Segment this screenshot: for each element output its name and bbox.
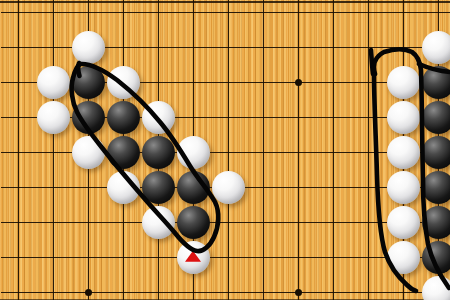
intersection[interactable] xyxy=(246,30,281,65)
intersection[interactable] xyxy=(106,100,141,135)
white-stone xyxy=(387,171,420,204)
intersection[interactable] xyxy=(316,30,351,65)
intersection[interactable] xyxy=(316,135,351,170)
intersection[interactable] xyxy=(36,30,71,65)
white-stone xyxy=(37,101,70,134)
intersection[interactable] xyxy=(141,135,176,170)
intersection[interactable] xyxy=(316,240,351,275)
intersection[interactable] xyxy=(246,135,281,170)
intersection[interactable] xyxy=(211,100,246,135)
intersection[interactable] xyxy=(141,170,176,205)
black-stone xyxy=(142,171,175,204)
intersection[interactable] xyxy=(1,30,36,65)
intersection[interactable] xyxy=(351,135,386,170)
intersection[interactable] xyxy=(106,275,141,300)
intersection[interactable] xyxy=(1,170,36,205)
intersection[interactable] xyxy=(211,275,246,300)
white-stone xyxy=(422,276,450,300)
intersection[interactable] xyxy=(211,65,246,100)
white-stone xyxy=(387,66,420,99)
black-stone xyxy=(422,171,450,204)
intersection[interactable] xyxy=(71,170,106,205)
black-stone xyxy=(107,101,140,134)
intersection[interactable] xyxy=(421,135,450,170)
intersection[interactable] xyxy=(211,0,246,30)
white-stone xyxy=(142,206,175,239)
intersection[interactable] xyxy=(141,275,176,300)
intersection[interactable] xyxy=(386,205,421,240)
intersection[interactable] xyxy=(386,135,421,170)
intersection[interactable] xyxy=(141,0,176,30)
white-stone xyxy=(72,31,105,64)
star-point xyxy=(295,289,302,296)
intersection[interactable] xyxy=(421,100,450,135)
intersection[interactable] xyxy=(316,275,351,300)
intersection[interactable] xyxy=(106,240,141,275)
intersection[interactable] xyxy=(281,240,316,275)
intersection[interactable] xyxy=(1,65,36,100)
white-stone xyxy=(142,101,175,134)
intersection[interactable] xyxy=(421,240,450,275)
intersection[interactable] xyxy=(281,65,316,100)
intersection[interactable] xyxy=(36,100,71,135)
black-stone xyxy=(177,171,210,204)
intersection[interactable] xyxy=(106,30,141,65)
intersection[interactable] xyxy=(36,0,71,30)
intersection[interactable] xyxy=(351,65,386,100)
intersection[interactable] xyxy=(211,170,246,205)
intersection[interactable] xyxy=(281,170,316,205)
white-stone xyxy=(387,241,420,274)
intersection[interactable] xyxy=(421,275,450,300)
board-grid xyxy=(1,0,450,300)
intersection[interactable] xyxy=(281,30,316,65)
intersection[interactable] xyxy=(1,275,36,300)
intersection[interactable] xyxy=(141,240,176,275)
intersection[interactable] xyxy=(246,170,281,205)
intersection[interactable] xyxy=(281,100,316,135)
intersection[interactable] xyxy=(211,135,246,170)
black-stone xyxy=(422,66,450,99)
intersection[interactable] xyxy=(176,205,211,240)
intersection[interactable] xyxy=(246,0,281,30)
intersection[interactable] xyxy=(386,240,421,275)
intersection[interactable] xyxy=(246,240,281,275)
intersection[interactable] xyxy=(386,65,421,100)
intersection[interactable] xyxy=(316,100,351,135)
intersection[interactable] xyxy=(36,240,71,275)
intersection[interactable] xyxy=(421,30,450,65)
intersection[interactable] xyxy=(281,0,316,30)
white-stone xyxy=(107,66,140,99)
intersection[interactable] xyxy=(176,30,211,65)
intersection[interactable] xyxy=(211,205,246,240)
intersection[interactable] xyxy=(351,205,386,240)
intersection[interactable] xyxy=(246,100,281,135)
intersection[interactable] xyxy=(246,205,281,240)
intersection[interactable] xyxy=(106,170,141,205)
star-point xyxy=(295,79,302,86)
intersection[interactable] xyxy=(351,100,386,135)
intersection[interactable] xyxy=(71,65,106,100)
intersection[interactable] xyxy=(281,275,316,300)
intersection[interactable] xyxy=(176,0,211,30)
intersection[interactable] xyxy=(141,30,176,65)
intersection[interactable] xyxy=(36,170,71,205)
white-stone xyxy=(422,31,450,64)
black-stone xyxy=(72,101,105,134)
intersection[interactable] xyxy=(71,240,106,275)
black-stone xyxy=(422,206,450,239)
intersection[interactable] xyxy=(386,275,421,300)
intersection[interactable] xyxy=(141,65,176,100)
triangle-marker xyxy=(185,251,201,262)
white-stone xyxy=(387,206,420,239)
intersection[interactable] xyxy=(386,30,421,65)
intersection[interactable] xyxy=(386,0,421,30)
intersection[interactable] xyxy=(1,240,36,275)
white-stone xyxy=(212,171,245,204)
intersection[interactable] xyxy=(211,240,246,275)
white-stone xyxy=(107,171,140,204)
intersection[interactable] xyxy=(106,0,141,30)
black-stone xyxy=(177,206,210,239)
intersection[interactable] xyxy=(246,65,281,100)
black-stone xyxy=(422,101,450,134)
intersection[interactable] xyxy=(421,170,450,205)
intersection[interactable] xyxy=(316,170,351,205)
intersection[interactable] xyxy=(71,100,106,135)
intersection[interactable] xyxy=(71,205,106,240)
black-stone xyxy=(422,241,450,274)
intersection[interactable] xyxy=(246,275,281,300)
intersection[interactable] xyxy=(281,135,316,170)
intersection[interactable] xyxy=(36,135,71,170)
go-board xyxy=(0,0,450,300)
white-stone xyxy=(37,66,70,99)
intersection[interactable] xyxy=(1,0,36,30)
intersection[interactable] xyxy=(421,0,450,30)
intersection[interactable] xyxy=(421,65,450,100)
intersection[interactable] xyxy=(106,135,141,170)
intersection[interactable] xyxy=(36,275,71,300)
intersection[interactable] xyxy=(71,30,106,65)
intersection[interactable] xyxy=(71,275,106,300)
black-stone xyxy=(142,136,175,169)
black-stone xyxy=(107,136,140,169)
intersection[interactable] xyxy=(316,0,351,30)
intersection[interactable] xyxy=(176,65,211,100)
intersection[interactable] xyxy=(176,275,211,300)
intersection[interactable] xyxy=(141,205,176,240)
intersection[interactable] xyxy=(421,205,450,240)
star-point xyxy=(85,289,92,296)
intersection[interactable] xyxy=(386,100,421,135)
intersection[interactable] xyxy=(36,65,71,100)
intersection[interactable] xyxy=(1,205,36,240)
intersection[interactable] xyxy=(351,170,386,205)
intersection[interactable] xyxy=(211,30,246,65)
white-stone xyxy=(387,136,420,169)
intersection[interactable] xyxy=(36,205,71,240)
intersection[interactable] xyxy=(281,205,316,240)
intersection[interactable] xyxy=(351,30,386,65)
black-stone xyxy=(422,136,450,169)
intersection[interactable] xyxy=(106,205,141,240)
intersection[interactable] xyxy=(351,240,386,275)
intersection[interactable] xyxy=(386,170,421,205)
intersection[interactable] xyxy=(316,65,351,100)
white-stone xyxy=(72,136,105,169)
intersection[interactable] xyxy=(176,135,211,170)
intersection[interactable] xyxy=(71,0,106,30)
intersection[interactable] xyxy=(351,275,386,300)
intersection[interactable] xyxy=(176,100,211,135)
intersection[interactable] xyxy=(141,100,176,135)
intersection[interactable] xyxy=(71,135,106,170)
intersection[interactable] xyxy=(316,205,351,240)
intersection[interactable] xyxy=(1,100,36,135)
intersection[interactable] xyxy=(351,0,386,30)
black-stone xyxy=(72,66,105,99)
intersection[interactable] xyxy=(1,135,36,170)
intersection[interactable] xyxy=(176,170,211,205)
white-stone xyxy=(387,101,420,134)
intersection[interactable] xyxy=(176,240,211,275)
white-stone xyxy=(177,136,210,169)
intersection[interactable] xyxy=(106,65,141,100)
